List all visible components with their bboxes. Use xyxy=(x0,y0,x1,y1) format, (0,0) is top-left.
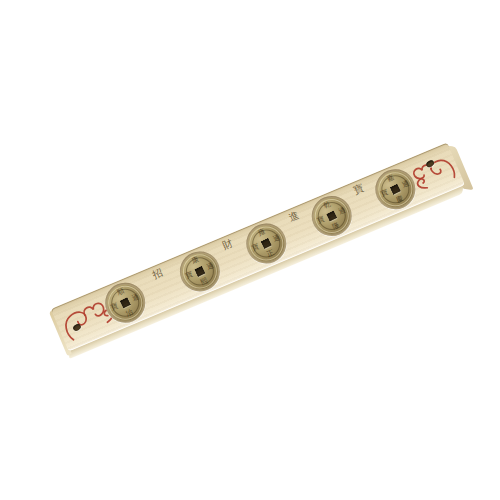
coin-2-char-right: 通 xyxy=(206,262,215,271)
coin-1-square-hole xyxy=(120,297,131,308)
product-photo: 招 財 進 寶 順 治 寶 通 康 熙 寶 通 xyxy=(0,0,500,500)
coin-5-char-right: 通 xyxy=(401,180,410,189)
coin-2-char-bottom: 熙 xyxy=(200,277,209,286)
coin-4-square-hole xyxy=(326,211,337,222)
coin-2: 康 熙 寶 通 xyxy=(176,248,223,295)
coin-5-square-hole xyxy=(390,184,401,195)
engraved-character-1: 招 xyxy=(151,267,164,280)
coin-2-square-hole xyxy=(195,266,206,277)
coin-5-char-top: 嘉 xyxy=(386,174,395,183)
coin-4: 乾 隆 寶 通 xyxy=(308,192,355,239)
coin-3: 雍 正 寶 通 xyxy=(243,220,290,267)
coin-4-char-top: 乾 xyxy=(323,201,332,210)
coin-3-char-right: 通 xyxy=(272,234,281,243)
engraved-character-4: 寶 xyxy=(352,183,365,196)
coin-3-char-left: 寶 xyxy=(251,243,260,252)
coin-4-char-left: 寶 xyxy=(317,216,326,225)
coin-1-char-right: 通 xyxy=(131,294,140,303)
coin-3-char-top: 雍 xyxy=(257,228,266,237)
coin-1-char-bottom: 治 xyxy=(125,309,134,318)
coin-3-char-bottom: 正 xyxy=(266,250,275,259)
coin-5-char-bottom: 慶 xyxy=(395,195,404,204)
engraved-character-2: 財 xyxy=(221,238,234,251)
engraved-character-3: 進 xyxy=(288,210,301,223)
coin-2-char-top: 康 xyxy=(191,256,200,265)
board-top-face: 招 財 進 寶 順 治 寶 通 康 熙 寶 通 xyxy=(51,142,465,351)
coin-4-char-bottom: 隆 xyxy=(332,222,341,231)
coin-2-char-left: 寶 xyxy=(185,271,194,280)
coin-board: 招 財 進 寶 順 治 寶 通 康 熙 寶 通 xyxy=(51,142,465,351)
coin-1-char-left: 寶 xyxy=(110,303,119,312)
coin-4-char-right: 通 xyxy=(338,207,347,216)
coin-1-char-top: 順 xyxy=(116,288,125,297)
coin-3-square-hole xyxy=(261,238,272,249)
coin-5-char-left: 寶 xyxy=(380,189,389,198)
